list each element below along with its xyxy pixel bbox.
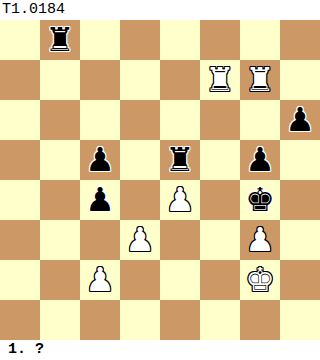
square-h8[interactable]: [280, 20, 320, 60]
square-e6[interactable]: [160, 100, 200, 140]
square-e2[interactable]: [160, 260, 200, 300]
square-e8[interactable]: [160, 20, 200, 60]
square-f2[interactable]: [200, 260, 240, 300]
square-d8[interactable]: [120, 20, 160, 60]
square-f4[interactable]: [200, 180, 240, 220]
square-d1[interactable]: [120, 300, 160, 340]
square-a6[interactable]: [0, 100, 40, 140]
black-pawn[interactable]: ♟: [245, 140, 275, 180]
square-a5[interactable]: [0, 140, 40, 180]
square-b3[interactable]: [40, 220, 80, 260]
square-h3[interactable]: [280, 220, 320, 260]
square-a4[interactable]: [0, 180, 40, 220]
white-rook[interactable]: ♜: [205, 60, 235, 100]
square-e7[interactable]: [160, 60, 200, 100]
white-pawn[interactable]: ♟: [125, 220, 155, 260]
black-pawn[interactable]: ♟: [85, 180, 115, 220]
square-h2[interactable]: [280, 260, 320, 300]
square-h1[interactable]: [280, 300, 320, 340]
square-b4[interactable]: [40, 180, 80, 220]
square-b1[interactable]: [40, 300, 80, 340]
square-b2[interactable]: [40, 260, 80, 300]
square-h7[interactable]: [280, 60, 320, 100]
black-pawn[interactable]: ♟: [285, 100, 315, 140]
square-d3[interactable]: ♟: [120, 220, 160, 260]
square-a7[interactable]: [0, 60, 40, 100]
square-c7[interactable]: [80, 60, 120, 100]
square-c5[interactable]: ♟: [80, 140, 120, 180]
white-pawn[interactable]: ♟: [85, 260, 115, 300]
square-g1[interactable]: [240, 300, 280, 340]
white-pawn[interactable]: ♟: [165, 180, 195, 220]
square-b6[interactable]: [40, 100, 80, 140]
black-rook[interactable]: ♜: [165, 140, 195, 180]
black-pawn[interactable]: ♟: [85, 140, 115, 180]
square-a3[interactable]: [0, 220, 40, 260]
white-rook[interactable]: ♜: [245, 60, 275, 100]
chess-diagram-window: T1.0184 ♜♜♜♟♟♜♟♟♟♚♟♟♟♚ 1. ?: [0, 0, 320, 360]
move-prompt: 1. ?: [0, 340, 44, 360]
square-d7[interactable]: [120, 60, 160, 100]
square-a1[interactable]: [0, 300, 40, 340]
square-g7[interactable]: ♜: [240, 60, 280, 100]
square-c6[interactable]: [80, 100, 120, 140]
square-f1[interactable]: [200, 300, 240, 340]
square-a2[interactable]: [0, 260, 40, 300]
square-c4[interactable]: ♟: [80, 180, 120, 220]
square-d4[interactable]: [120, 180, 160, 220]
square-c1[interactable]: [80, 300, 120, 340]
square-d5[interactable]: [120, 140, 160, 180]
square-g8[interactable]: [240, 20, 280, 60]
square-e1[interactable]: [160, 300, 200, 340]
square-h4[interactable]: [280, 180, 320, 220]
square-e5[interactable]: ♜: [160, 140, 200, 180]
square-c2[interactable]: ♟: [80, 260, 120, 300]
square-h5[interactable]: [280, 140, 320, 180]
square-g6[interactable]: [240, 100, 280, 140]
diagram-header: T1.0184: [0, 0, 320, 20]
square-f8[interactable]: [200, 20, 240, 60]
square-g5[interactable]: ♟: [240, 140, 280, 180]
square-d6[interactable]: [120, 100, 160, 140]
white-pawn[interactable]: ♟: [245, 220, 275, 260]
black-rook[interactable]: ♜: [45, 20, 75, 60]
square-f7[interactable]: ♜: [200, 60, 240, 100]
square-g3[interactable]: ♟: [240, 220, 280, 260]
square-e4[interactable]: ♟: [160, 180, 200, 220]
square-g2[interactable]: ♚: [240, 260, 280, 300]
square-a8[interactable]: [0, 20, 40, 60]
chess-board: ♜♜♜♟♟♜♟♟♟♚♟♟♟♚: [0, 20, 320, 340]
square-b8[interactable]: ♜: [40, 20, 80, 60]
square-e3[interactable]: [160, 220, 200, 260]
square-f5[interactable]: [200, 140, 240, 180]
black-king[interactable]: ♚: [245, 180, 275, 220]
square-b5[interactable]: [40, 140, 80, 180]
square-c3[interactable]: [80, 220, 120, 260]
square-g4[interactable]: ♚: [240, 180, 280, 220]
diagram-footer: 1. ?: [0, 340, 320, 360]
square-c8[interactable]: [80, 20, 120, 60]
square-f3[interactable]: [200, 220, 240, 260]
square-f6[interactable]: [200, 100, 240, 140]
square-d2[interactable]: [120, 260, 160, 300]
square-h6[interactable]: ♟: [280, 100, 320, 140]
square-b7[interactable]: [40, 60, 80, 100]
diagram-title: T1.0184: [0, 0, 65, 20]
white-king[interactable]: ♚: [245, 260, 275, 300]
